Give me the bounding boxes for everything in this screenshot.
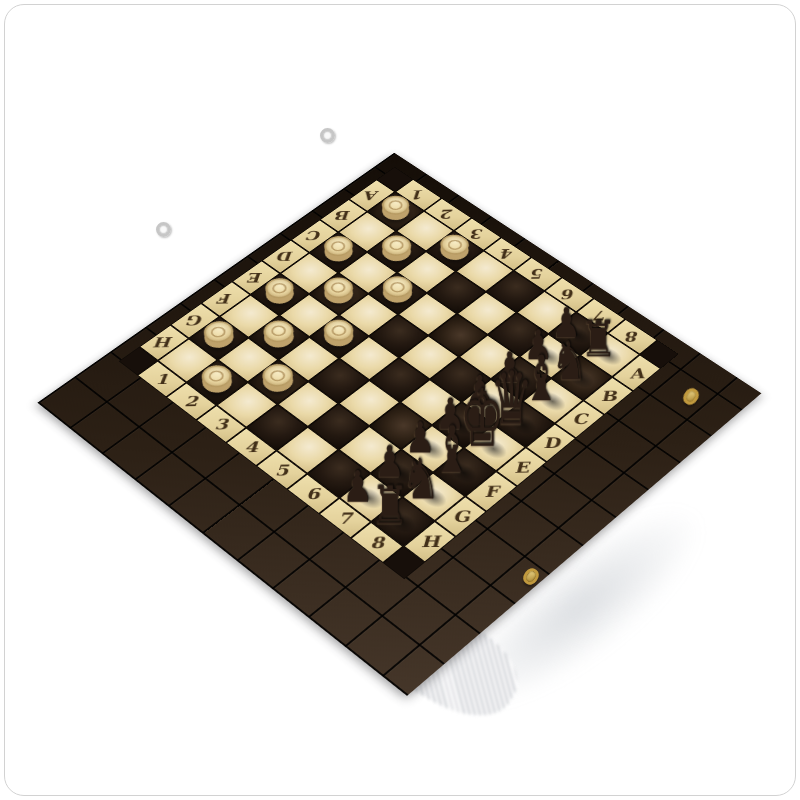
- file-label-text: A: [628, 365, 644, 381]
- rank-label-text: 2: [184, 393, 198, 410]
- board-frame: 12345678A♟♜AB♟♞BC♟♝CD♟♛DE♟♚EF♟♝FG♟♞GH♟♜H…: [37, 153, 761, 696]
- rank-label-text: 8: [370, 533, 384, 551]
- file-label-text: F: [219, 291, 233, 306]
- rank-label-text: 3: [214, 415, 228, 432]
- rank-label-text: 1: [155, 371, 169, 387]
- file-label-near: C: [555, 400, 605, 438]
- file-label-text: B: [336, 208, 351, 222]
- file-label-text: E: [249, 270, 263, 285]
- file-label-text: C: [572, 411, 589, 428]
- file-label-text: F: [484, 482, 499, 500]
- rank-label-text: 5: [531, 266, 545, 281]
- board-3d: 12345678A♟♜AB♟♞BC♟♝CD♟♛DE♟♚EF♟♝FG♟♞GH♟♜H…: [37, 153, 761, 696]
- rank-label-text: 6: [306, 485, 320, 503]
- product-photo-scene: 12345678A♟♜AB♟♞BC♟♝CD♟♛DE♟♚EF♟♝FG♟♞GH♟♜H…: [0, 0, 800, 800]
- rank-label-text: 2: [441, 207, 454, 221]
- file-label-text: C: [308, 229, 322, 244]
- chess-piece-rook-h8: ♜: [371, 481, 409, 531]
- frame-corner-cell: [640, 340, 679, 369]
- rank-label-text: 4: [501, 246, 515, 261]
- rank-label-text: 1: [412, 188, 425, 202]
- file-label-text: G: [452, 507, 470, 525]
- file-label-text: H: [420, 532, 439, 550]
- hinge-icon: [320, 128, 335, 143]
- rank-label-text: 4: [244, 438, 258, 455]
- rank-label-text: 5: [275, 461, 289, 478]
- rank-label-text: 3: [471, 227, 484, 242]
- board-grid: 12345678A♟♜AB♟♞BC♟♝CD♟♛DE♟♚EF♟♝FG♟♞GH♟♜H…: [119, 167, 679, 580]
- rank-label-text: 8: [625, 329, 640, 345]
- file-label-text: D: [278, 249, 294, 264]
- chess-piece-pawn-h7: ♟: [343, 466, 374, 507]
- file-label-text: B: [600, 388, 618, 405]
- file-label-text: G: [187, 313, 204, 329]
- rank-label-text: 7: [338, 509, 352, 527]
- hinge-icon: [156, 222, 171, 237]
- file-label-text: E: [514, 458, 530, 475]
- file-label-text: D: [542, 434, 560, 451]
- file-label-text: H: [155, 335, 174, 351]
- file-label-text: A: [365, 188, 379, 202]
